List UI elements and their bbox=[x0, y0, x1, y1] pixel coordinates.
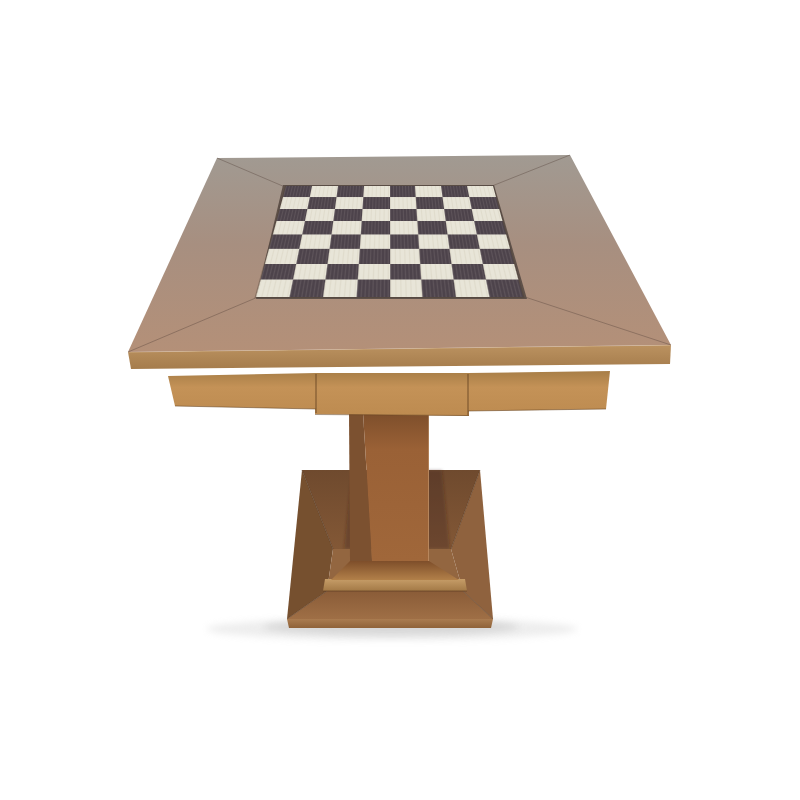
board-square-r2c7 bbox=[443, 197, 472, 209]
board-square-r6c5 bbox=[390, 249, 421, 264]
chessboard-wrap bbox=[286, 186, 493, 336]
board-square-r4c3 bbox=[331, 221, 361, 234]
board-square-r7c5 bbox=[390, 264, 422, 280]
apron-right bbox=[468, 371, 610, 411]
chessboard bbox=[256, 186, 523, 297]
board-square-r2c1 bbox=[280, 197, 310, 209]
board-square-r1c1 bbox=[283, 186, 312, 197]
board-square-r5c6 bbox=[419, 234, 450, 248]
pedestal-column-front-face bbox=[363, 412, 429, 561]
board-square-r7c7 bbox=[452, 264, 486, 280]
board-square-r3c3 bbox=[333, 209, 362, 221]
board-square-r2c8 bbox=[469, 197, 499, 209]
board-square-r7c4 bbox=[357, 264, 389, 280]
board-square-r2c4 bbox=[362, 197, 389, 209]
board-square-r3c2 bbox=[305, 209, 335, 221]
board-square-r1c8 bbox=[467, 186, 496, 197]
board-square-r7c6 bbox=[421, 264, 454, 280]
board-square-r3c1 bbox=[276, 209, 307, 221]
board-square-r3c8 bbox=[472, 209, 503, 221]
board-square-r1c3 bbox=[336, 186, 363, 197]
board-square-r7c1 bbox=[261, 264, 296, 280]
chess-table-photo bbox=[0, 0, 800, 800]
board-square-r3c6 bbox=[417, 209, 446, 221]
board-square-r8c4 bbox=[356, 280, 389, 297]
board-square-r4c1 bbox=[273, 221, 305, 234]
board-square-r4c8 bbox=[474, 221, 506, 234]
board-square-r4c5 bbox=[390, 221, 419, 234]
board-square-r8c8 bbox=[486, 280, 523, 297]
board-square-r5c7 bbox=[448, 234, 480, 248]
board-square-r4c6 bbox=[418, 221, 448, 234]
board-square-r5c1 bbox=[269, 234, 302, 248]
board-square-r1c4 bbox=[363, 186, 390, 197]
board-square-r2c3 bbox=[335, 197, 363, 209]
board-square-r1c6 bbox=[415, 186, 442, 197]
board-square-r4c7 bbox=[446, 221, 477, 234]
board-square-r5c8 bbox=[477, 234, 510, 248]
board-square-r1c7 bbox=[441, 186, 469, 197]
board-square-r1c2 bbox=[310, 186, 338, 197]
board-square-r2c2 bbox=[307, 197, 336, 209]
board-square-r8c5 bbox=[390, 280, 423, 297]
board-square-r7c3 bbox=[325, 264, 358, 280]
board-square-r7c2 bbox=[293, 264, 327, 280]
board-square-r8c2 bbox=[289, 280, 325, 297]
board-square-r8c1 bbox=[256, 280, 293, 297]
board-square-r4c2 bbox=[302, 221, 333, 234]
board-square-r6c4 bbox=[358, 249, 389, 264]
board-square-r3c7 bbox=[444, 209, 474, 221]
board-square-r5c4 bbox=[359, 234, 389, 248]
board-square-r6c6 bbox=[420, 249, 452, 264]
base-bottom-edge bbox=[287, 619, 493, 628]
pedestal-plinth bbox=[323, 579, 467, 591]
board-square-r6c1 bbox=[265, 249, 299, 264]
board-square-r4c4 bbox=[360, 221, 389, 234]
board-square-r8c6 bbox=[422, 280, 457, 297]
board-square-r3c4 bbox=[361, 209, 389, 221]
board-square-r5c3 bbox=[329, 234, 360, 248]
apron-left bbox=[168, 373, 316, 409]
board-square-r5c2 bbox=[299, 234, 331, 248]
board-square-r1c5 bbox=[390, 186, 417, 197]
board-square-r5c5 bbox=[390, 234, 420, 248]
board-square-r2c6 bbox=[416, 197, 444, 209]
board-square-r7c8 bbox=[483, 264, 518, 280]
board-square-r6c2 bbox=[296, 249, 329, 264]
board-square-r6c7 bbox=[450, 249, 483, 264]
board-square-r6c3 bbox=[327, 249, 359, 264]
board-square-r8c3 bbox=[323, 280, 358, 297]
board-square-r2c5 bbox=[390, 197, 417, 209]
board-square-r6c8 bbox=[480, 249, 514, 264]
drawer-front bbox=[315, 373, 469, 416]
table-illustration bbox=[0, 0, 800, 800]
board-square-r3c5 bbox=[390, 209, 418, 221]
board-square-r8c7 bbox=[454, 280, 490, 297]
